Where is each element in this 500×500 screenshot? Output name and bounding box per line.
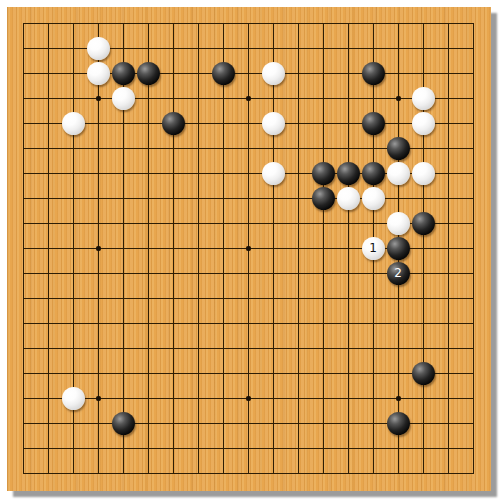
white-stone[interactable] <box>87 37 110 60</box>
black-stone[interactable] <box>112 62 135 85</box>
black-stone-move-2[interactable]: 2 <box>387 262 410 285</box>
black-stone[interactable] <box>112 412 135 435</box>
white-stone[interactable] <box>262 112 285 135</box>
white-stone[interactable] <box>262 62 285 85</box>
black-stone[interactable] <box>412 212 435 235</box>
black-stone[interactable] <box>362 62 385 85</box>
white-stone[interactable] <box>87 62 110 85</box>
white-stone[interactable] <box>337 187 360 210</box>
black-stone[interactable] <box>162 112 185 135</box>
white-stone[interactable] <box>262 162 285 185</box>
go-app-window: 12 <box>0 0 500 500</box>
black-stone[interactable] <box>137 62 160 85</box>
black-stone[interactable] <box>212 62 235 85</box>
white-stone[interactable] <box>387 162 410 185</box>
black-stone[interactable] <box>387 237 410 260</box>
black-stone[interactable] <box>312 162 335 185</box>
white-stone[interactable] <box>362 187 385 210</box>
stones-grid[interactable]: 12 <box>11 11 486 486</box>
black-stone[interactable] <box>362 112 385 135</box>
black-stone[interactable] <box>412 362 435 385</box>
black-stone[interactable] <box>387 412 410 435</box>
black-stone[interactable] <box>312 187 335 210</box>
black-stone[interactable] <box>387 137 410 160</box>
white-stone[interactable] <box>387 212 410 235</box>
white-stone[interactable] <box>62 112 85 135</box>
go-board[interactable]: 12 <box>7 7 491 491</box>
white-stone[interactable] <box>412 162 435 185</box>
white-stone-move-1[interactable]: 1 <box>362 237 385 260</box>
white-stone[interactable] <box>412 112 435 135</box>
black-stone[interactable] <box>337 162 360 185</box>
white-stone[interactable] <box>62 387 85 410</box>
move-number-label: 2 <box>394 267 402 279</box>
black-stone[interactable] <box>362 162 385 185</box>
white-stone[interactable] <box>112 87 135 110</box>
white-stone[interactable] <box>412 87 435 110</box>
move-number-label: 1 <box>369 242 377 254</box>
